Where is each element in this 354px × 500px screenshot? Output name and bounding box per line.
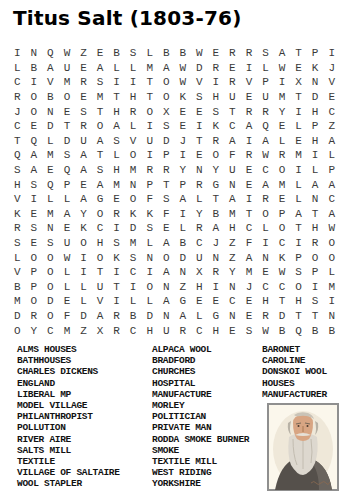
grid-cell: R <box>213 134 230 149</box>
grid-cell: A <box>97 61 114 76</box>
grid-cell: T <box>14 134 31 149</box>
word-list-item: ENGLAND <box>17 378 152 389</box>
grid-cell: E <box>246 294 263 309</box>
grid-cell: I <box>146 265 163 280</box>
word-list-column-2: ALPACA WOOLBRADFORDCHURCHESHOSPITALMANUF… <box>152 344 262 491</box>
grid-cell: H <box>295 294 312 309</box>
grid-cell: V <box>130 134 147 149</box>
grid-cell: M <box>279 177 296 192</box>
grid-cell: L <box>113 148 130 163</box>
grid-cell: I <box>113 75 130 90</box>
grid-cell: N <box>31 46 48 61</box>
grid-cell: L <box>146 46 163 61</box>
grid-cell: L <box>113 61 130 76</box>
grid-cell: I <box>130 280 147 295</box>
grid-cell: A <box>229 134 246 149</box>
grid-cell: L <box>146 294 163 309</box>
grid-cell: Y <box>31 323 48 338</box>
grid-cell: U <box>64 236 81 251</box>
grid-cell: R <box>163 163 180 178</box>
word-list-item: SALTS MILL <box>17 445 152 456</box>
grid-cell: E <box>80 177 97 192</box>
grid-cell: D <box>80 309 97 324</box>
grid-cell: K <box>179 90 196 105</box>
grid-cell: P <box>31 265 48 280</box>
grid-cell: O <box>97 250 114 265</box>
grid-cell: C <box>328 104 345 119</box>
grid-cell: C <box>130 323 147 338</box>
grid-cell: Y <box>80 207 97 222</box>
grid-cell: M <box>279 90 296 105</box>
grid-cell: S <box>31 221 48 236</box>
grid-cell: R <box>113 323 130 338</box>
grid-cell: M <box>246 265 263 280</box>
grid-cell: Y <box>213 163 230 178</box>
grid-cell: C <box>47 323 64 338</box>
grid-cell: S <box>213 104 230 119</box>
grid-cell: H <box>97 236 114 251</box>
grid-cell: K <box>80 221 97 236</box>
grid-cell: D <box>196 61 213 76</box>
grid-cell: C <box>229 119 246 134</box>
grid-cell: E <box>47 163 64 178</box>
grid-cell: T <box>97 148 114 163</box>
grid-cell: R <box>14 221 31 236</box>
grid-cell: L <box>130 61 147 76</box>
grid-cell: R <box>262 192 279 207</box>
grid-cell: S <box>246 323 263 338</box>
grid-cell: R <box>113 309 130 324</box>
grid-cell: H <box>262 294 279 309</box>
grid-cell: B <box>163 46 180 61</box>
grid-cell: A <box>246 250 263 265</box>
word-list-item: HOSPITAL <box>152 378 262 389</box>
grid-cell: I <box>14 46 31 61</box>
grid-cell: B <box>31 61 48 76</box>
grid-cell: J <box>213 236 230 251</box>
grid-cell: Q <box>31 134 48 149</box>
word-list-item: RODDA SMOKE BURNER <box>152 434 262 445</box>
grid-cell: T <box>279 294 296 309</box>
grid-cell: C <box>279 280 296 295</box>
grid-cell: H <box>213 90 230 105</box>
word-list-item: WOOL STAPLER <box>17 478 152 489</box>
grid-cell: L <box>130 119 147 134</box>
grid-cell: K <box>312 61 329 76</box>
grid-cell: T <box>113 90 130 105</box>
grid-cell: B <box>113 46 130 61</box>
grid-cell: P <box>312 119 329 134</box>
grid-cell: P <box>328 163 345 178</box>
grid-cell: D <box>179 250 196 265</box>
grid-cell: D <box>47 294 64 309</box>
grid-cell: C <box>130 265 147 280</box>
grid-cell: A <box>328 134 345 149</box>
grid-cell: N <box>47 221 64 236</box>
grid-cell: A <box>80 148 97 163</box>
grid-cell: Y <box>279 104 296 119</box>
grid-cell: Q <box>295 323 312 338</box>
grid-cell: B <box>213 207 230 222</box>
grid-cell: C <box>328 192 345 207</box>
grid-cell: A <box>47 61 64 76</box>
grid-cell: O <box>47 250 64 265</box>
grid-cell: T <box>64 119 81 134</box>
grid-cell: W <box>279 265 296 280</box>
grid-cell: A <box>97 309 114 324</box>
grid-cell: L <box>80 280 97 295</box>
grid-cell: T <box>146 90 163 105</box>
grid-cell: I <box>113 221 130 236</box>
grid-cell: A <box>163 236 180 251</box>
grid-cell: E <box>31 207 48 222</box>
grid-cell: O <box>279 221 296 236</box>
word-list-item: MANUFACTURER <box>262 389 354 400</box>
grid-cell: B <box>279 323 296 338</box>
grid-cell: I <box>246 134 263 149</box>
grid-cell: E <box>163 221 180 236</box>
grid-cell: E <box>246 177 263 192</box>
grid-cell: O <box>163 250 180 265</box>
grid-cell: E <box>196 294 213 309</box>
grid-cell: C <box>262 163 279 178</box>
grid-cell: M <box>328 280 345 295</box>
grid-cell: T <box>246 207 263 222</box>
grid-cell: J <box>246 280 263 295</box>
word-list-item: BARONET <box>262 344 354 355</box>
word-list-item: YORKSHIRE <box>152 478 262 489</box>
word-list-item: MANUFACTURE <box>152 389 262 400</box>
grid-cell: O <box>64 90 81 105</box>
grid-cell: T <box>312 207 329 222</box>
grid-cell: H <box>130 90 147 105</box>
grid-cell: I <box>328 294 345 309</box>
grid-cell: S <box>97 75 114 90</box>
grid-cell: S <box>163 192 180 207</box>
grid-cell: L <box>47 134 64 149</box>
grid-cell: G <box>213 309 230 324</box>
grid-cell: W <box>196 46 213 61</box>
grid-cell: A <box>246 119 263 134</box>
grid-cell: M <box>146 61 163 76</box>
grid-cell: A <box>80 163 97 178</box>
grid-cell: T <box>295 90 312 105</box>
grid-cell: L <box>262 221 279 236</box>
grid-cell: I <box>328 46 345 61</box>
grid-cell: O <box>146 104 163 119</box>
word-list-item: BATHHOUSES <box>17 355 152 366</box>
grid-cell: N <box>262 250 279 265</box>
grid-cell: W <box>64 46 81 61</box>
grid-cell: I <box>295 236 312 251</box>
grid-cell: R <box>80 119 97 134</box>
grid-cell: E <box>80 90 97 105</box>
grid-cell: E <box>229 323 246 338</box>
grid-cell: S <box>97 163 114 178</box>
grid-cell: U <box>80 134 97 149</box>
grid-cell: S <box>130 46 147 61</box>
grid-cell: O <box>47 265 64 280</box>
grid-cell: N <box>312 75 329 90</box>
grid-cell: I <box>31 75 48 90</box>
grid-cell: A <box>80 192 97 207</box>
grid-cell: X <box>196 265 213 280</box>
grid-cell: A <box>97 134 114 149</box>
grid-cell: M <box>64 323 81 338</box>
grid-cell: D <box>279 309 296 324</box>
grid-cell: A <box>229 192 246 207</box>
grid-cell: X <box>163 104 180 119</box>
grid-cell: D <box>47 119 64 134</box>
grid-cell: O <box>97 207 114 222</box>
grid-cell: R <box>246 104 263 119</box>
grid-cell: R <box>246 46 263 61</box>
grid-cell: V <box>97 294 114 309</box>
grid-cell: E <box>213 294 230 309</box>
grid-cell: I <box>196 119 213 134</box>
grid-cell: S <box>64 148 81 163</box>
grid-cell: M <box>295 148 312 163</box>
grid-cell: D <box>146 309 163 324</box>
grid-cell: A <box>31 148 48 163</box>
grid-cell: G <box>213 177 230 192</box>
grid-cell: Q <box>262 119 279 134</box>
grid-cell: S <box>312 294 329 309</box>
grid-cell: L <box>64 265 81 280</box>
grid-cell: Y <box>196 207 213 222</box>
grid-cell: N <box>229 177 246 192</box>
grid-cell: F <box>163 207 180 222</box>
grid-cell: P <box>64 177 81 192</box>
grid-cell: W <box>179 75 196 90</box>
word-list-item: LIBERAL MP <box>17 389 152 400</box>
grid-cell: E <box>295 134 312 149</box>
grid-cell: T <box>295 309 312 324</box>
grid-cell: F <box>146 192 163 207</box>
grid-cell: K <box>113 250 130 265</box>
grid-cell: W <box>279 61 296 76</box>
grid-cell: E <box>279 192 296 207</box>
grid-cell: O <box>31 90 48 105</box>
grid-cell: D <box>312 90 329 105</box>
grid-cell: I <box>179 207 196 222</box>
grid-cell: S <box>113 134 130 149</box>
grid-cell: W <box>179 61 196 76</box>
word-list-item: RIVER AIRE <box>17 434 152 445</box>
word-list-column-3: BARONETCAROLINEDONSKOI WOOLHOUSESMANUFAC… <box>262 344 354 491</box>
grid-cell: A <box>31 163 48 178</box>
grid-cell: A <box>213 221 230 236</box>
grid-cell: O <box>146 280 163 295</box>
grid-cell: R <box>262 309 279 324</box>
grid-cell: A <box>295 207 312 222</box>
grid-cell: E <box>31 236 48 251</box>
grid-cell: E <box>80 61 97 76</box>
grid-cell: M <box>14 294 31 309</box>
grid-cell: N <box>130 177 147 192</box>
grid-cell: B <box>47 90 64 105</box>
grid-cell: C <box>14 75 31 90</box>
grid-cell: I <box>246 61 263 76</box>
grid-cell: L <box>295 192 312 207</box>
grid-cell: I <box>295 163 312 178</box>
grid-cell: O <box>31 250 48 265</box>
grid-cell: P <box>146 177 163 192</box>
grid-cell: E <box>31 119 48 134</box>
grid-cell: K <box>213 119 230 134</box>
grid-cell: E <box>196 148 213 163</box>
grid-cell: N <box>328 309 345 324</box>
grid-cell: E <box>213 46 230 61</box>
grid-cell: E <box>97 46 114 61</box>
grid-cell: M <box>97 90 114 105</box>
grid-cell: K <box>14 207 31 222</box>
grid-cell: H <box>113 163 130 178</box>
grid-cell: I <box>312 148 329 163</box>
grid-cell: L <box>64 280 81 295</box>
word-list-item: POLITICIAN <box>152 411 262 422</box>
grid-cell: I <box>179 148 196 163</box>
grid-cell: R <box>130 104 147 119</box>
grid-cell: L <box>179 221 196 236</box>
grid-cell: M <box>64 75 81 90</box>
grid-cell: V <box>14 192 31 207</box>
grid-cell: A <box>163 294 180 309</box>
grid-cell: S <box>163 119 180 134</box>
grid-cell: F <box>229 148 246 163</box>
grid-cell: W <box>328 221 345 236</box>
grid-cell: S <box>262 46 279 61</box>
grid-cell: L <box>262 61 279 76</box>
grid-cell: A <box>179 192 196 207</box>
grid-cell: S <box>130 250 147 265</box>
word-list-item: PRIVATE MAN <box>152 422 262 433</box>
grid-cell: N <box>179 265 196 280</box>
grid-cell: C <box>279 236 296 251</box>
grid-cell: A <box>179 309 196 324</box>
grid-cell: U <box>64 61 81 76</box>
word-list-item: TEXTILE MILL <box>152 456 262 467</box>
grid-cell: A <box>163 61 180 76</box>
grid-cell: L <box>64 192 81 207</box>
grid-cell: W <box>262 323 279 338</box>
word-list-column-1: ALMS HOUSESBATHHOUSESCHARLES DICKENSENGL… <box>17 344 152 491</box>
grid-cell: L <box>196 309 213 324</box>
grid-cell: A <box>328 207 345 222</box>
grid-cell: A <box>97 177 114 192</box>
grid-cell: A <box>113 119 130 134</box>
grid-cell: K <box>279 250 296 265</box>
grid-cell: O <box>130 148 147 163</box>
grid-cell: P <box>312 46 329 61</box>
grid-cell: L <box>14 61 31 76</box>
grid-cell: I <box>312 280 329 295</box>
grid-cell: T <box>295 46 312 61</box>
grid-cell: X <box>295 75 312 90</box>
grid-cell: O <box>295 280 312 295</box>
grid-cell: L <box>295 119 312 134</box>
grid-cell: O <box>163 90 180 105</box>
grid-cell: A <box>262 177 279 192</box>
grid-cell: M <box>130 163 147 178</box>
grid-cell: Z <box>229 250 246 265</box>
grid-cell: V <box>246 75 263 90</box>
grid-cell: I <box>146 119 163 134</box>
grid-cell: L <box>328 148 345 163</box>
grid-cell: I <box>213 75 230 90</box>
word-list-item: POLLUTION <box>17 422 152 433</box>
grid-cell: R <box>196 177 213 192</box>
grid-cell: C <box>97 221 114 236</box>
grid-cell: Y <box>229 265 246 280</box>
grid-cell: O <box>163 75 180 90</box>
word-list-item: VILLAGE OF SALTAIRE <box>17 467 152 478</box>
grid-cell: E <box>229 61 246 76</box>
grid-cell: L <box>146 236 163 251</box>
grid-cell: M <box>47 207 64 222</box>
grid-cell: U <box>163 323 180 338</box>
word-list-item: DONSKOI WOOL <box>262 366 354 377</box>
grid-cell: M <box>113 177 130 192</box>
grid-cell: S <box>196 90 213 105</box>
page-title: Titus Salt (1803-76) <box>13 6 242 30</box>
grid-cell: E <box>64 221 81 236</box>
grid-cell: W <box>64 250 81 265</box>
grid-cell: R <box>179 323 196 338</box>
grid-cell: E <box>246 309 263 324</box>
grid-cell: I <box>295 104 312 119</box>
word-list-item: BRADFORD <box>152 355 262 366</box>
grid-cell: I <box>80 250 97 265</box>
grid-cell: Z <box>80 46 97 61</box>
grid-cell: T <box>312 309 329 324</box>
grid-cell: B <box>179 236 196 251</box>
grid-cell: U <box>262 90 279 105</box>
grid-cell: N <box>196 163 213 178</box>
grid-cell: I <box>213 280 230 295</box>
grid-cell: R <box>213 265 230 280</box>
grid-cell: P <box>279 207 296 222</box>
grid-cell: R <box>113 207 130 222</box>
grid-cell: N <box>47 104 64 119</box>
grid-cell: V <box>47 75 64 90</box>
grid-cell: E <box>64 104 81 119</box>
grid-cell: R <box>262 104 279 119</box>
word-list-item: CHARLES DICKENS <box>17 366 152 377</box>
grid-cell: O <box>328 250 345 265</box>
grid-cell: V <box>196 75 213 90</box>
grid-cell: D <box>14 309 31 324</box>
grid-cell: A <box>64 207 81 222</box>
grid-cell: T <box>97 104 114 119</box>
titus-salt-portrait <box>267 403 339 491</box>
grid-cell: H <box>312 221 329 236</box>
grid-cell: O <box>31 104 48 119</box>
grid-cell: R <box>31 309 48 324</box>
grid-cell: C <box>196 236 213 251</box>
word-list-item: TEXTILE <box>17 456 152 467</box>
grid-cell: E <box>113 192 130 207</box>
grid-cell: T <box>97 265 114 280</box>
grid-cell: I <box>80 265 97 280</box>
grid-cell: N <box>312 192 329 207</box>
grid-cell: T <box>213 192 230 207</box>
grid-cell: Z <box>80 323 97 338</box>
grid-cell: S <box>146 221 163 236</box>
grid-cell: B <box>328 323 345 338</box>
grid-cell: E <box>246 90 263 105</box>
grid-cell: Q <box>47 177 64 192</box>
